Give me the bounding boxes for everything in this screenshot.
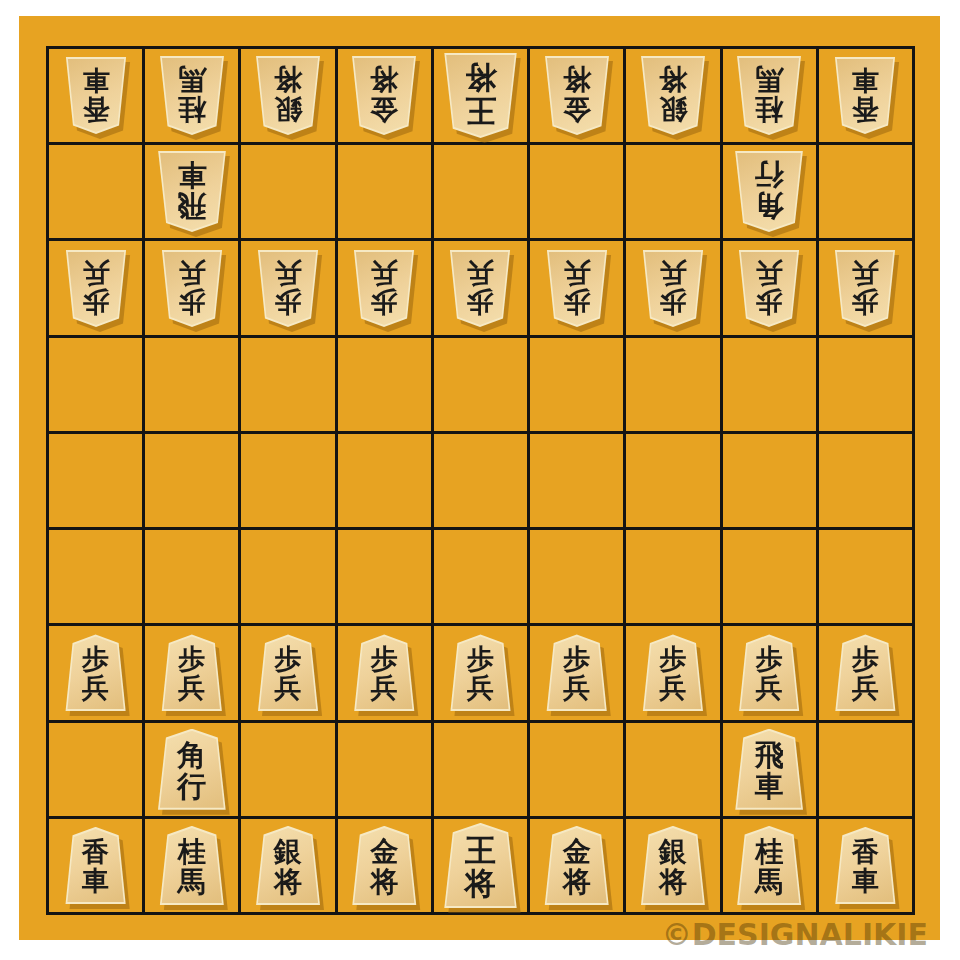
shogi-piece-knight-gote[interactable]: 桂馬 [158,56,226,135]
board-cell[interactable]: 銀将 [241,49,334,142]
piece-face: 飛車 [733,729,805,810]
board-cell[interactable]: 歩兵 [241,626,334,719]
board-cell[interactable] [338,434,431,527]
board-cell[interactable] [434,145,527,238]
piece-kanji: 金将 [370,64,399,123]
shogi-piece-silver-gote[interactable]: 銀将 [639,56,707,135]
shogi-board-surface: 香車桂馬銀将金将王将金将銀将桂馬香車飛車角行歩兵歩兵歩兵歩兵歩兵歩兵歩兵歩兵歩兵… [19,16,940,940]
board-cell[interactable] [819,145,912,238]
board-cell[interactable] [49,530,142,623]
shogi-piece-lance-gote[interactable]: 香車 [833,57,897,134]
piece-face: 王将 [442,823,519,908]
piece-face: 歩兵 [833,250,897,327]
board-cell[interactable]: 金将 [338,49,431,142]
piece-face: 歩兵 [352,634,416,711]
board-cell[interactable] [530,434,623,527]
piece-face: 銀将 [254,826,322,905]
board-cell[interactable]: 銀将 [626,49,719,142]
board-cell[interactable]: 桂馬 [723,49,816,142]
board-cell[interactable]: 歩兵 [530,241,623,334]
shogi-piece-bishop-sente[interactable]: 角行 [156,729,228,810]
piece-face: 歩兵 [833,634,897,711]
board-cell[interactable]: 飛車 [723,723,816,816]
board-cell[interactable] [626,145,719,238]
board-cell[interactable]: 歩兵 [49,626,142,719]
piece-kanji: 歩兵 [851,258,879,315]
piece-face: 歩兵 [160,634,224,711]
shogi-piece-pawn-gote[interactable]: 歩兵 [545,250,609,327]
shogi-piece-lance-sente[interactable]: 香車 [833,827,897,904]
piece-face: 香車 [64,827,128,904]
shogi-piece-king-sente[interactable]: 王将 [442,823,519,908]
piece-face: 金将 [543,56,611,135]
board-cell[interactable]: 歩兵 [241,241,334,334]
piece-face: 銀将 [254,56,322,135]
shogi-piece-pawn-sente[interactable]: 歩兵 [256,634,320,711]
shogi-piece-pawn-gote[interactable]: 歩兵 [160,250,224,327]
piece-kanji: 飛車 [754,740,784,801]
piece-kanji: 歩兵 [81,258,109,315]
piece-kanji: 銀将 [658,837,687,896]
piece-face: 角行 [733,151,805,232]
piece-face: 銀将 [639,56,707,135]
shogi-piece-pawn-sente[interactable]: 歩兵 [737,634,801,711]
piece-kanji: 歩兵 [370,646,398,703]
board-cell[interactable] [530,723,623,816]
piece-kanji: 銀将 [273,837,302,896]
watermark: ©DESIGNALIKIE [662,917,928,952]
piece-face: 歩兵 [545,634,609,711]
piece-face: 銀将 [639,826,707,905]
shogi-piece-knight-gote[interactable]: 桂馬 [735,56,803,135]
piece-face: 歩兵 [448,250,512,327]
board-cell[interactable] [530,530,623,623]
piece-face: 歩兵 [448,634,512,711]
piece-kanji: 歩兵 [81,646,109,703]
shogi-piece-silver-sente[interactable]: 銀将 [639,826,707,905]
shogi-piece-gold-gote[interactable]: 金将 [350,56,418,135]
board-cell[interactable] [49,338,142,431]
shogi-piece-rook-gote[interactable]: 飛車 [156,151,228,232]
piece-face: 歩兵 [64,250,128,327]
board-cell[interactable]: 王将 [434,819,527,912]
board-cell[interactable] [145,338,238,431]
piece-face: 歩兵 [641,634,705,711]
shogi-piece-gold-sente[interactable]: 金将 [350,826,418,905]
piece-kanji: 桂馬 [177,837,206,896]
piece-kanji: 金将 [562,837,591,896]
board-cell[interactable]: 桂馬 [145,49,238,142]
board-cell[interactable] [241,338,334,431]
piece-kanji: 飛車 [177,159,207,220]
piece-face: 桂馬 [735,56,803,135]
shogi-piece-knight-sente[interactable]: 桂馬 [158,826,226,905]
piece-face: 歩兵 [545,250,609,327]
piece-kanji: 角行 [754,159,784,220]
piece-face: 金将 [350,56,418,135]
shogi-piece-knight-sente[interactable]: 桂馬 [735,826,803,905]
board-cell[interactable] [49,434,142,527]
board-cell[interactable]: 歩兵 [626,241,719,334]
shogi-piece-pawn-sente[interactable]: 歩兵 [160,634,224,711]
board-cell[interactable] [434,530,527,623]
board-cell[interactable]: 歩兵 [530,626,623,719]
board-cell[interactable]: 銀将 [626,819,719,912]
board-cell[interactable]: 歩兵 [819,626,912,719]
piece-face: 歩兵 [64,634,128,711]
shogi-piece-silver-sente[interactable]: 銀将 [254,826,322,905]
board-cell[interactable]: 歩兵 [338,241,431,334]
board-cell[interactable] [723,434,816,527]
shogi-piece-gold-sente[interactable]: 金将 [543,826,611,905]
shogi-piece-lance-gote[interactable]: 香車 [64,57,128,134]
board-cell[interactable]: 歩兵 [626,626,719,719]
piece-kanji: 歩兵 [659,258,687,315]
board-cell[interactable] [241,434,334,527]
board-cell[interactable]: 歩兵 [819,241,912,334]
piece-kanji: 歩兵 [178,646,206,703]
piece-kanji: 金将 [562,64,591,123]
piece-kanji: 角行 [177,740,207,801]
board-cell[interactable] [723,338,816,431]
shogi-piece-pawn-gote[interactable]: 歩兵 [64,250,128,327]
shogi-piece-silver-gote[interactable]: 銀将 [254,56,322,135]
piece-face: 歩兵 [256,634,320,711]
piece-face: 香車 [833,827,897,904]
board-cell[interactable] [819,530,912,623]
board-cell[interactable] [338,145,431,238]
piece-kanji: 歩兵 [466,258,494,315]
piece-face: 歩兵 [737,250,801,327]
piece-kanji: 銀将 [273,64,302,123]
piece-face: 香車 [64,57,128,134]
board-cell[interactable]: 金将 [338,819,431,912]
board-cell[interactable]: 歩兵 [434,626,527,719]
shogi-piece-pawn-sente[interactable]: 歩兵 [448,634,512,711]
board-cell[interactable]: 金将 [530,819,623,912]
piece-kanji: 香車 [81,65,109,122]
board-cell[interactable]: 桂馬 [145,819,238,912]
piece-kanji: 王将 [464,834,497,900]
shogi-piece-pawn-sente[interactable]: 歩兵 [833,634,897,711]
shogi-piece-pawn-gote[interactable]: 歩兵 [448,250,512,327]
piece-face: 桂馬 [158,826,226,905]
board-cell[interactable]: 歩兵 [49,241,142,334]
shogi-piece-gold-gote[interactable]: 金将 [543,56,611,135]
piece-face: 角行 [156,729,228,810]
piece-kanji: 歩兵 [274,646,302,703]
board-cell[interactable]: 金将 [530,49,623,142]
shogi-piece-pawn-gote[interactable]: 歩兵 [641,250,705,327]
board-cell[interactable]: 飛車 [145,145,238,238]
board-cell[interactable] [434,723,527,816]
board-cell[interactable] [626,723,719,816]
board-cell[interactable]: 香車 [819,49,912,142]
piece-kanji: 歩兵 [274,258,302,315]
board-cell[interactable] [145,434,238,527]
shogi-piece-lance-sente[interactable]: 香車 [64,827,128,904]
piece-face: 歩兵 [352,250,416,327]
piece-face: 桂馬 [735,826,803,905]
board-cell[interactable] [819,338,912,431]
board-cell[interactable]: 歩兵 [434,241,527,334]
piece-kanji: 銀将 [658,64,687,123]
board-cell[interactable]: 香車 [49,819,142,912]
board-cell[interactable] [49,723,142,816]
piece-kanji: 金将 [370,837,399,896]
board-cell[interactable] [338,530,431,623]
page-background: 香車桂馬銀将金将王将金将銀将桂馬香車飛車角行歩兵歩兵歩兵歩兵歩兵歩兵歩兵歩兵歩兵… [0,0,960,960]
piece-face: 歩兵 [641,250,705,327]
piece-kanji: 歩兵 [659,646,687,703]
piece-kanji: 桂馬 [177,64,206,123]
board-cell[interactable]: 銀将 [241,819,334,912]
board-cell[interactable] [626,530,719,623]
board-cell[interactable]: 歩兵 [145,626,238,719]
piece-kanji: 歩兵 [563,646,591,703]
board-cell[interactable] [49,145,142,238]
board-cell[interactable] [723,530,816,623]
board-cell[interactable] [241,530,334,623]
board-cell[interactable] [241,723,334,816]
board-cell[interactable]: 角行 [723,145,816,238]
shogi-piece-rook-sente[interactable]: 飛車 [733,729,805,810]
board-cell[interactable]: 角行 [145,723,238,816]
board-cell[interactable]: 歩兵 [145,241,238,334]
piece-face: 歩兵 [737,634,801,711]
piece-face: 金将 [350,826,418,905]
piece-face: 香車 [833,57,897,134]
piece-face: 王将 [442,53,519,138]
piece-kanji: 桂馬 [754,837,783,896]
piece-kanji: 香車 [851,838,879,895]
piece-kanji: 歩兵 [755,258,783,315]
board-cell[interactable] [145,530,238,623]
board-cell[interactable]: 歩兵 [723,241,816,334]
shogi-board: 香車桂馬銀将金将王将金将銀将桂馬香車飛車角行歩兵歩兵歩兵歩兵歩兵歩兵歩兵歩兵歩兵… [46,46,915,915]
piece-kanji: 王将 [464,61,497,127]
piece-kanji: 歩兵 [178,258,206,315]
shogi-piece-king-gote[interactable]: 王将 [442,53,519,138]
board-cell[interactable]: 歩兵 [338,626,431,719]
board-cell[interactable] [338,723,431,816]
shogi-piece-pawn-sente[interactable]: 歩兵 [545,634,609,711]
shogi-piece-bishop-gote[interactable]: 角行 [733,151,805,232]
board-cell[interactable]: 王将 [434,49,527,142]
shogi-piece-pawn-sente[interactable]: 歩兵 [352,634,416,711]
piece-kanji: 歩兵 [755,646,783,703]
piece-kanji: 歩兵 [466,646,494,703]
board-cell[interactable] [626,338,719,431]
board-cell[interactable]: 香車 [49,49,142,142]
shogi-piece-pawn-sente[interactable]: 歩兵 [64,634,128,711]
piece-face: 金将 [543,826,611,905]
piece-kanji: 歩兵 [370,258,398,315]
shogi-piece-pawn-gote[interactable]: 歩兵 [256,250,320,327]
piece-face: 歩兵 [256,250,320,327]
piece-kanji: 歩兵 [563,258,591,315]
piece-kanji: 桂馬 [754,64,783,123]
board-cell[interactable]: 桂馬 [723,819,816,912]
board-cell[interactable] [338,338,431,431]
shogi-piece-pawn-sente[interactable]: 歩兵 [641,634,705,711]
board-cell[interactable] [530,145,623,238]
piece-kanji: 香車 [851,65,879,122]
piece-kanji: 香車 [81,838,109,895]
board-cell[interactable]: 歩兵 [723,626,816,719]
shogi-piece-pawn-gote[interactable]: 歩兵 [833,250,897,327]
board-cell[interactable] [819,723,912,816]
piece-face: 飛車 [156,151,228,232]
board-cell[interactable] [530,338,623,431]
board-cell[interactable] [626,434,719,527]
board-cell[interactable] [434,434,527,527]
piece-kanji: 歩兵 [851,646,879,703]
shogi-piece-pawn-gote[interactable]: 歩兵 [352,250,416,327]
board-cell[interactable] [434,338,527,431]
shogi-piece-pawn-gote[interactable]: 歩兵 [737,250,801,327]
board-cell[interactable] [241,145,334,238]
piece-face: 桂馬 [158,56,226,135]
board-cell[interactable]: 香車 [819,819,912,912]
piece-face: 歩兵 [160,250,224,327]
board-cell[interactable] [819,434,912,527]
